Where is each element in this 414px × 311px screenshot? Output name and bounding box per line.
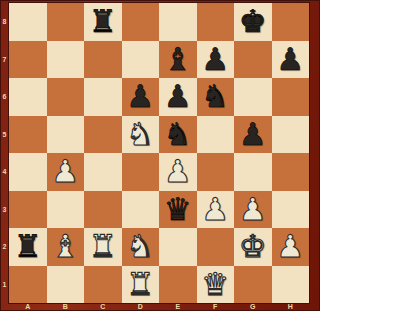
file-label-d: D <box>122 302 160 311</box>
square-a3[interactable] <box>9 191 47 229</box>
square-h5[interactable] <box>272 116 310 154</box>
square-a6[interactable] <box>9 78 47 116</box>
square-g4[interactable] <box>234 153 272 191</box>
square-b5[interactable] <box>47 116 85 154</box>
file-label-a: A <box>9 302 47 311</box>
square-e4[interactable]: ♟ <box>159 153 197 191</box>
rank-label-7: 7 <box>0 41 9 79</box>
piece-black-pawn[interactable]: ♟ <box>126 78 154 116</box>
square-d1[interactable]: ♜ <box>122 266 160 304</box>
square-d3[interactable] <box>122 191 160 229</box>
square-c4[interactable] <box>84 153 122 191</box>
square-e2[interactable] <box>159 228 197 266</box>
square-c2[interactable]: ♜ <box>84 228 122 266</box>
file-label-c: C <box>84 302 122 311</box>
square-f1[interactable]: ♛ <box>197 266 235 304</box>
square-g5[interactable]: ♟ <box>234 116 272 154</box>
square-c8[interactable]: ♜ <box>84 3 122 41</box>
square-e5[interactable]: ♞ <box>159 116 197 154</box>
square-g8[interactable]: ♚ <box>234 3 272 41</box>
square-f5[interactable] <box>197 116 235 154</box>
board-frame: 87654321 ♜♚♝♟♟♟♟♞♞♞♟♟♟♛♟♟♜♝♜♞♚♟♜♛ ABCDEF… <box>0 0 320 311</box>
square-c7[interactable] <box>84 41 122 79</box>
square-f7[interactable]: ♟ <box>197 41 235 79</box>
square-g3[interactable]: ♟ <box>234 191 272 229</box>
piece-white-rook[interactable]: ♜ <box>89 228 117 266</box>
piece-black-knight[interactable]: ♞ <box>164 116 192 154</box>
piece-black-queen[interactable]: ♛ <box>164 191 192 229</box>
square-d5[interactable]: ♞ <box>122 116 160 154</box>
square-d7[interactable] <box>122 41 160 79</box>
square-a1[interactable] <box>9 266 47 304</box>
file-labels: ABCDEFGH <box>9 302 309 311</box>
file-label-f: F <box>197 302 235 311</box>
piece-black-bishop[interactable]: ♝ <box>164 41 192 79</box>
square-f3[interactable]: ♟ <box>197 191 235 229</box>
square-a7[interactable] <box>9 41 47 79</box>
piece-black-rook[interactable]: ♜ <box>89 3 117 41</box>
square-b4[interactable]: ♟ <box>47 153 85 191</box>
square-h7[interactable]: ♟ <box>272 41 310 79</box>
piece-white-knight[interactable]: ♞ <box>126 228 154 266</box>
piece-white-pawn[interactable]: ♟ <box>239 191 267 229</box>
piece-white-pawn[interactable]: ♟ <box>201 191 229 229</box>
square-d8[interactable] <box>122 3 160 41</box>
square-c6[interactable] <box>84 78 122 116</box>
piece-white-pawn[interactable]: ♟ <box>164 153 192 191</box>
square-c1[interactable] <box>84 266 122 304</box>
square-e1[interactable] <box>159 266 197 304</box>
square-b3[interactable] <box>47 191 85 229</box>
square-c3[interactable] <box>84 191 122 229</box>
square-f4[interactable] <box>197 153 235 191</box>
rank-label-6: 6 <box>0 78 9 116</box>
square-b8[interactable] <box>47 3 85 41</box>
square-h1[interactable] <box>272 266 310 304</box>
square-a2[interactable]: ♜ <box>9 228 47 266</box>
piece-white-pawn[interactable]: ♟ <box>276 228 304 266</box>
square-e3[interactable]: ♛ <box>159 191 197 229</box>
file-label-g: G <box>234 302 272 311</box>
piece-black-pawn[interactable]: ♟ <box>276 41 304 79</box>
piece-white-bishop[interactable]: ♝ <box>51 228 79 266</box>
square-c5[interactable] <box>84 116 122 154</box>
square-b7[interactable] <box>47 41 85 79</box>
rank-label-5: 5 <box>0 116 9 154</box>
square-a4[interactable] <box>9 153 47 191</box>
piece-white-queen[interactable]: ♛ <box>201 266 229 304</box>
square-h6[interactable] <box>272 78 310 116</box>
square-a5[interactable] <box>9 116 47 154</box>
square-b2[interactable]: ♝ <box>47 228 85 266</box>
file-label-e: E <box>159 302 197 311</box>
square-f8[interactable] <box>197 3 235 41</box>
piece-black-knight[interactable]: ♞ <box>201 78 229 116</box>
rank-label-4: 4 <box>0 153 9 191</box>
square-d2[interactable]: ♞ <box>122 228 160 266</box>
square-h3[interactable] <box>272 191 310 229</box>
piece-white-rook[interactable]: ♜ <box>126 266 154 304</box>
piece-black-pawn[interactable]: ♟ <box>201 41 229 79</box>
rank-label-2: 2 <box>0 228 9 266</box>
chessboard: ♜♚♝♟♟♟♟♞♞♞♟♟♟♛♟♟♜♝♜♞♚♟♜♛ <box>9 3 309 303</box>
square-g7[interactable] <box>234 41 272 79</box>
square-h8[interactable] <box>272 3 310 41</box>
square-d4[interactable] <box>122 153 160 191</box>
square-e7[interactable]: ♝ <box>159 41 197 79</box>
square-e8[interactable] <box>159 3 197 41</box>
square-b1[interactable] <box>47 266 85 304</box>
file-label-b: B <box>47 302 85 311</box>
square-f6[interactable]: ♞ <box>197 78 235 116</box>
square-g2[interactable]: ♚ <box>234 228 272 266</box>
piece-black-king[interactable]: ♚ <box>239 3 267 41</box>
square-h2[interactable]: ♟ <box>272 228 310 266</box>
file-label-h: H <box>272 302 310 311</box>
chess-diagram: 87654321 ♜♚♝♟♟♟♟♞♞♞♟♟♟♛♟♟♜♝♜♞♚♟♜♛ ABCDEF… <box>0 0 414 311</box>
piece-black-rook[interactable]: ♜ <box>14 228 42 266</box>
square-d6[interactable]: ♟ <box>122 78 160 116</box>
square-g1[interactable] <box>234 266 272 304</box>
rank-label-3: 3 <box>0 191 9 229</box>
square-f2[interactable] <box>197 228 235 266</box>
square-e6[interactable]: ♟ <box>159 78 197 116</box>
square-g6[interactable] <box>234 78 272 116</box>
piece-black-pawn[interactable]: ♟ <box>239 116 267 154</box>
square-b6[interactable] <box>47 78 85 116</box>
rank-label-1: 1 <box>0 266 9 304</box>
rank-label-8: 8 <box>0 3 9 41</box>
piece-white-king[interactable]: ♚ <box>239 228 267 266</box>
piece-white-pawn[interactable]: ♟ <box>51 153 79 191</box>
piece-black-pawn[interactable]: ♟ <box>164 78 192 116</box>
square-a8[interactable] <box>9 3 47 41</box>
square-h4[interactable] <box>272 153 310 191</box>
piece-white-knight[interactable]: ♞ <box>126 116 154 154</box>
rank-labels: 87654321 <box>0 3 9 303</box>
